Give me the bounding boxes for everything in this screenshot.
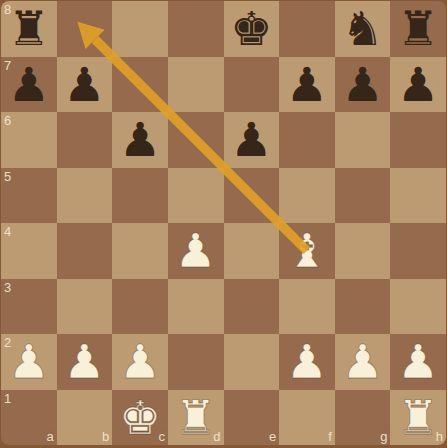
black-pawn-c6[interactable]: ♟	[119, 116, 161, 163]
square-h6[interactable]	[390, 112, 446, 168]
square-e8[interactable]: ♚	[224, 1, 280, 57]
square-h5[interactable]	[390, 168, 446, 224]
square-e6[interactable]: ♟	[224, 112, 280, 168]
square-h4[interactable]	[390, 223, 446, 279]
square-e1[interactable]: e	[224, 390, 280, 446]
square-f1[interactable]: f	[279, 390, 335, 446]
square-f8[interactable]	[279, 1, 335, 57]
square-g5[interactable]	[335, 168, 391, 224]
square-c3[interactable]	[112, 279, 168, 335]
square-b4[interactable]	[57, 223, 113, 279]
square-c6[interactable]: ♟	[112, 112, 168, 168]
file-label-a: a	[46, 429, 53, 444]
black-king-e8[interactable]: ♚	[230, 5, 272, 52]
chess-board: 8♜♚♞♜7♟♟♟♟♟6♟♟54♟♝32♟♟♟♟♟♟1abc♚d♜efgh♜	[1, 1, 446, 445]
square-g8[interactable]: ♞	[335, 1, 391, 57]
square-b6[interactable]	[57, 112, 113, 168]
white-rook-h1[interactable]: ♜	[397, 394, 439, 441]
square-c4[interactable]	[112, 223, 168, 279]
square-f2[interactable]: ♟	[279, 334, 335, 390]
square-d7[interactable]	[168, 57, 224, 113]
white-pawn-a2[interactable]: ♟	[8, 338, 50, 385]
square-g6[interactable]	[335, 112, 391, 168]
white-king-c1[interactable]: ♚	[119, 394, 161, 441]
square-d8[interactable]	[168, 1, 224, 57]
square-c5[interactable]	[112, 168, 168, 224]
square-e4[interactable]	[224, 223, 280, 279]
white-bishop-f4[interactable]: ♝	[286, 227, 328, 274]
square-a8[interactable]: 8♜	[1, 1, 57, 57]
square-f4[interactable]: ♝	[279, 223, 335, 279]
black-pawn-f7[interactable]: ♟	[286, 61, 328, 108]
chess-app: 8♜♚♞♜7♟♟♟♟♟6♟♟54♟♝32♟♟♟♟♟♟1abc♚d♜efgh♜	[0, 0, 447, 448]
square-b5[interactable]	[57, 168, 113, 224]
file-label-g: g	[380, 429, 387, 444]
square-a3[interactable]: 3	[1, 279, 57, 335]
white-pawn-h2[interactable]: ♟	[397, 338, 439, 385]
square-d5[interactable]	[168, 168, 224, 224]
square-d2[interactable]	[168, 334, 224, 390]
square-e5[interactable]	[224, 168, 280, 224]
square-d6[interactable]	[168, 112, 224, 168]
square-a5[interactable]: 5	[1, 168, 57, 224]
square-a2[interactable]: 2♟	[1, 334, 57, 390]
file-label-f: f	[328, 429, 332, 444]
white-rook-d1[interactable]: ♜	[175, 394, 217, 441]
square-h1[interactable]: h♜	[390, 390, 446, 446]
square-a1[interactable]: 1a	[1, 390, 57, 446]
square-b3[interactable]	[57, 279, 113, 335]
file-label-b: b	[102, 429, 109, 444]
square-f6[interactable]	[279, 112, 335, 168]
square-h8[interactable]: ♜	[390, 1, 446, 57]
square-d3[interactable]	[168, 279, 224, 335]
square-h2[interactable]: ♟	[390, 334, 446, 390]
square-e3[interactable]	[224, 279, 280, 335]
rank-label-4: 4	[4, 224, 11, 239]
square-f7[interactable]: ♟	[279, 57, 335, 113]
square-g2[interactable]: ♟	[335, 334, 391, 390]
square-a6[interactable]: 6	[1, 112, 57, 168]
rank-label-3: 3	[4, 280, 11, 295]
square-c8[interactable]	[112, 1, 168, 57]
square-h3[interactable]	[390, 279, 446, 335]
square-b2[interactable]: ♟	[57, 334, 113, 390]
black-pawn-h7[interactable]: ♟	[397, 61, 439, 108]
square-c2[interactable]: ♟	[112, 334, 168, 390]
file-label-e: e	[269, 429, 276, 444]
square-d4[interactable]: ♟	[168, 223, 224, 279]
square-d1[interactable]: d♜	[168, 390, 224, 446]
square-b1[interactable]: b	[57, 390, 113, 446]
square-c1[interactable]: c♚	[112, 390, 168, 446]
rank-label-6: 6	[4, 113, 11, 128]
black-rook-a8[interactable]: ♜	[8, 5, 50, 52]
black-pawn-a7[interactable]: ♟	[8, 61, 50, 108]
square-f3[interactable]	[279, 279, 335, 335]
square-h7[interactable]: ♟	[390, 57, 446, 113]
white-pawn-f2[interactable]: ♟	[286, 338, 328, 385]
square-b7[interactable]: ♟	[57, 57, 113, 113]
black-knight-g8[interactable]: ♞	[341, 5, 383, 52]
rank-label-5: 5	[4, 169, 11, 184]
square-e2[interactable]	[224, 334, 280, 390]
black-pawn-b7[interactable]: ♟	[63, 61, 105, 108]
square-g4[interactable]	[335, 223, 391, 279]
square-c7[interactable]	[112, 57, 168, 113]
black-pawn-e6[interactable]: ♟	[230, 116, 272, 163]
square-e7[interactable]	[224, 57, 280, 113]
black-rook-h8[interactable]: ♜	[397, 5, 439, 52]
square-g3[interactable]	[335, 279, 391, 335]
square-a4[interactable]: 4	[1, 223, 57, 279]
square-a7[interactable]: 7♟	[1, 57, 57, 113]
white-pawn-d4[interactable]: ♟	[175, 227, 217, 274]
rank-label-1: 1	[4, 391, 11, 406]
square-g1[interactable]: g	[335, 390, 391, 446]
black-pawn-g7[interactable]: ♟	[341, 61, 383, 108]
square-f5[interactable]	[279, 168, 335, 224]
white-pawn-b2[interactable]: ♟	[63, 338, 105, 385]
square-b8[interactable]	[57, 1, 113, 57]
white-pawn-g2[interactable]: ♟	[341, 338, 383, 385]
white-pawn-c2[interactable]: ♟	[119, 338, 161, 385]
square-g7[interactable]: ♟	[335, 57, 391, 113]
